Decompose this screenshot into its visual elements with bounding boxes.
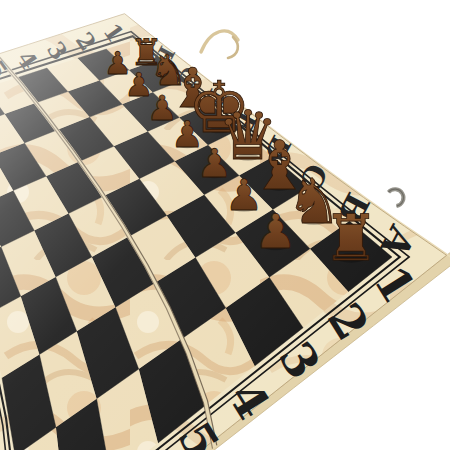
- chessboard-product-photo: 1234567812345678ABCDEFGH♟♟♜♟♞♟♝♟♚♛♟♝♟♞♜: [0, 0, 450, 450]
- chess-board-scene: 1234567812345678ABCDEFGH♟♟♜♟♞♟♝♟♚♛♟♝♟♞♜: [0, 0, 450, 450]
- piece-rook-a1: ♜: [323, 201, 380, 275]
